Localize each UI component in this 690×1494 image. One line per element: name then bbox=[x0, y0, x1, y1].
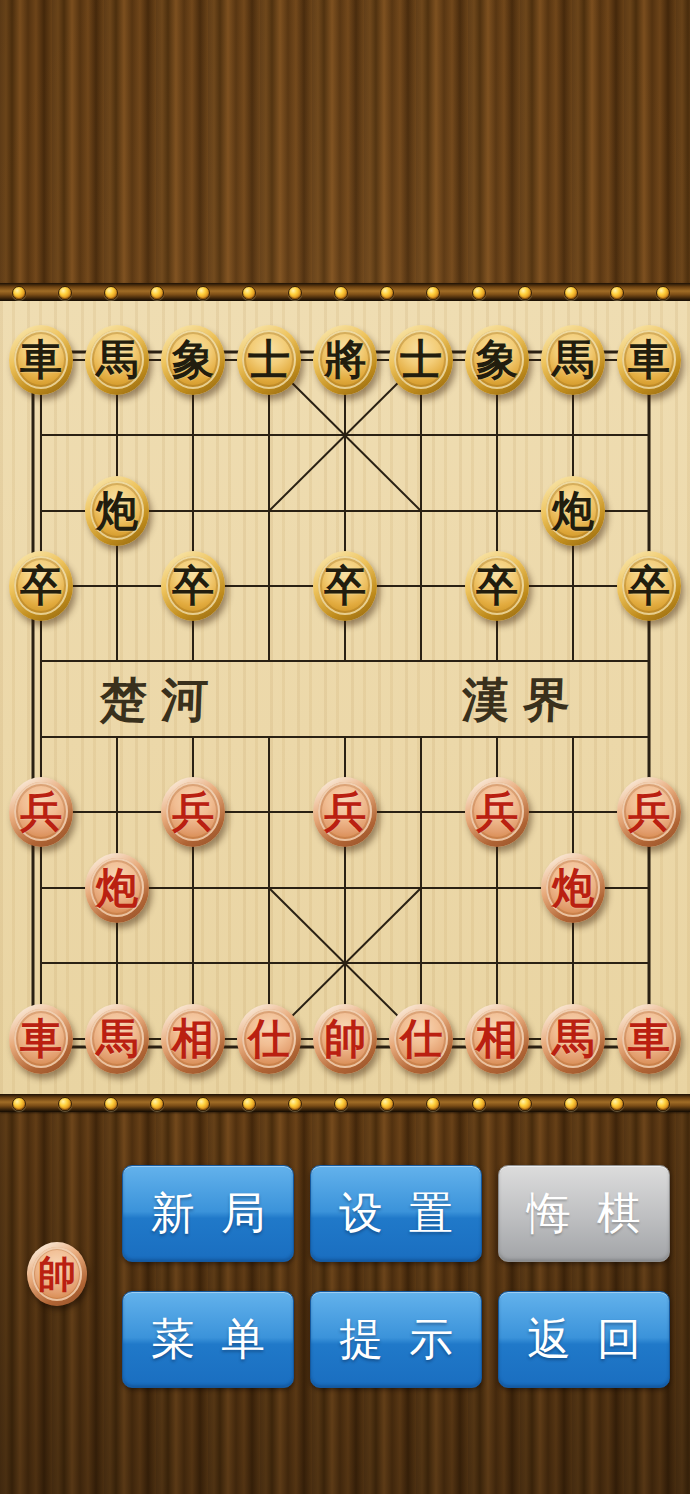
piece-face: 象 bbox=[470, 330, 524, 389]
piece-face: 炮 bbox=[90, 481, 144, 540]
piece-glyph: 炮 bbox=[552, 490, 594, 532]
piece-red-chariot[interactable]: 車 bbox=[617, 1004, 681, 1074]
piece-face: 車 bbox=[14, 1009, 68, 1068]
piece-face: 兵 bbox=[622, 782, 676, 841]
rivet-icon bbox=[472, 1097, 486, 1111]
piece-face: 相 bbox=[470, 1009, 524, 1068]
piece-glyph: 卒 bbox=[476, 565, 518, 607]
piece-red-horse[interactable]: 馬 bbox=[541, 1004, 605, 1074]
piece-black-horse[interactable]: 馬 bbox=[541, 325, 605, 395]
piece-glyph: 車 bbox=[628, 1018, 670, 1060]
piece-black-soldier[interactable]: 卒 bbox=[313, 551, 377, 621]
piece-face: 兵 bbox=[318, 782, 372, 841]
piece-face: 馬 bbox=[546, 330, 600, 389]
rivet-icon bbox=[380, 1097, 394, 1111]
new-game-label: 新局 bbox=[125, 1192, 291, 1236]
rivet-icon bbox=[12, 286, 26, 300]
piece-glyph: 象 bbox=[476, 339, 518, 381]
piece-red-soldier[interactable]: 兵 bbox=[161, 777, 225, 847]
piece-glyph: 車 bbox=[20, 1018, 62, 1060]
rivet-icon bbox=[564, 1097, 578, 1111]
piece-face: 馬 bbox=[90, 330, 144, 389]
piece-face: 兵 bbox=[14, 782, 68, 841]
piece-black-chariot[interactable]: 車 bbox=[617, 325, 681, 395]
piece-black-advisor[interactable]: 士 bbox=[237, 325, 301, 395]
board-edge-top bbox=[0, 283, 690, 301]
piece-face: 炮 bbox=[90, 858, 144, 917]
piece-black-general[interactable]: 將 bbox=[313, 325, 377, 395]
piece-black-horse[interactable]: 馬 bbox=[85, 325, 149, 395]
piece-glyph: 相 bbox=[172, 1018, 214, 1060]
piece-glyph: 炮 bbox=[96, 867, 138, 909]
piece-face: 卒 bbox=[166, 556, 220, 615]
piece-glyph: 將 bbox=[324, 339, 366, 381]
piece-face: 將 bbox=[318, 330, 372, 389]
piece-face: 車 bbox=[622, 330, 676, 389]
piece-face: 相 bbox=[166, 1009, 220, 1068]
rivet-icon bbox=[426, 1097, 440, 1111]
piece-black-elephant[interactable]: 象 bbox=[465, 325, 529, 395]
back-label: 返回 bbox=[501, 1318, 667, 1362]
piece-face: 象 bbox=[166, 330, 220, 389]
piece-red-soldier[interactable]: 兵 bbox=[617, 777, 681, 847]
river-label-left: 楚河 bbox=[85, 669, 223, 731]
piece-face: 士 bbox=[394, 330, 448, 389]
piece-face: 卒 bbox=[318, 556, 372, 615]
piece-red-chariot[interactable]: 車 bbox=[9, 1004, 73, 1074]
menu-label: 菜单 bbox=[125, 1318, 291, 1362]
back-button[interactable]: 返回 bbox=[498, 1291, 670, 1388]
piece-black-advisor[interactable]: 士 bbox=[389, 325, 453, 395]
rivet-icon bbox=[610, 1097, 624, 1111]
piece-face: 車 bbox=[622, 1009, 676, 1068]
rivet-icon bbox=[288, 286, 302, 300]
piece-face: 炮 bbox=[546, 481, 600, 540]
piece-red-horse[interactable]: 馬 bbox=[85, 1004, 149, 1074]
piece-glyph: 仕 bbox=[248, 1018, 290, 1060]
piece-red-soldier[interactable]: 兵 bbox=[9, 777, 73, 847]
rivet-icon bbox=[656, 1097, 670, 1111]
piece-face: 卒 bbox=[470, 556, 524, 615]
rivet-icon bbox=[150, 286, 164, 300]
turn-indicator-red-general: 帥 bbox=[27, 1242, 87, 1306]
xiangqi-board[interactable]: 楚河 漢界 bbox=[0, 301, 690, 1094]
piece-glyph: 兵 bbox=[476, 791, 518, 833]
rivet-icon bbox=[288, 1097, 302, 1111]
rivet-icon bbox=[196, 1097, 210, 1111]
piece-glyph: 兵 bbox=[324, 791, 366, 833]
rivet-icon bbox=[518, 286, 532, 300]
piece-red-elephant[interactable]: 相 bbox=[465, 1004, 529, 1074]
piece-face: 仕 bbox=[242, 1009, 296, 1068]
piece-glyph: 士 bbox=[248, 339, 290, 381]
rivet-icon bbox=[472, 286, 486, 300]
piece-black-soldier[interactable]: 卒 bbox=[465, 551, 529, 621]
piece-glyph: 卒 bbox=[628, 565, 670, 607]
piece-face: 馬 bbox=[90, 1009, 144, 1068]
piece-glyph: 馬 bbox=[552, 1018, 594, 1060]
hint-button[interactable]: 提示 bbox=[310, 1291, 482, 1388]
piece-face: 兵 bbox=[470, 782, 524, 841]
rivet-icon bbox=[58, 286, 72, 300]
rivet-icon bbox=[150, 1097, 164, 1111]
piece-face: 卒 bbox=[14, 556, 68, 615]
piece-black-chariot[interactable]: 車 bbox=[9, 325, 73, 395]
piece-black-elephant[interactable]: 象 bbox=[161, 325, 225, 395]
piece-red-cannon[interactable]: 炮 bbox=[85, 853, 149, 923]
piece-red-cannon[interactable]: 炮 bbox=[541, 853, 605, 923]
piece-glyph: 馬 bbox=[96, 1018, 138, 1060]
rivet-icon bbox=[58, 1097, 72, 1111]
hint-label: 提示 bbox=[313, 1318, 479, 1362]
rivet-icon bbox=[242, 286, 256, 300]
piece-glyph: 帥 bbox=[324, 1018, 366, 1060]
piece-red-advisor[interactable]: 仕 bbox=[237, 1004, 301, 1074]
piece-red-soldier[interactable]: 兵 bbox=[465, 777, 529, 847]
piece-black-soldier[interactable]: 卒 bbox=[9, 551, 73, 621]
new-game-button[interactable]: 新局 bbox=[122, 1165, 294, 1262]
piece-face: 帥 bbox=[318, 1009, 372, 1068]
rivet-icon bbox=[380, 286, 394, 300]
piece-red-elephant[interactable]: 相 bbox=[161, 1004, 225, 1074]
piece-glyph: 兵 bbox=[628, 791, 670, 833]
piece-red-soldier[interactable]: 兵 bbox=[313, 777, 377, 847]
board-edge-bottom bbox=[0, 1094, 690, 1112]
piece-glyph: 卒 bbox=[20, 565, 62, 607]
piece-red-advisor[interactable]: 仕 bbox=[389, 1004, 453, 1074]
piece-glyph: 馬 bbox=[552, 339, 594, 381]
rivet-icon bbox=[656, 286, 670, 300]
rivet-icon bbox=[426, 286, 440, 300]
piece-glyph: 炮 bbox=[552, 867, 594, 909]
game-screen: 楚河 漢界 車馬象士將士象馬車炮炮卒卒卒卒卒兵兵兵兵兵炮炮車馬相仕帥仕相馬車 帥… bbox=[0, 0, 690, 1494]
piece-glyph: 兵 bbox=[172, 791, 214, 833]
piece-glyph: 卒 bbox=[324, 565, 366, 607]
rivet-icon bbox=[334, 286, 348, 300]
rivet-icon bbox=[610, 286, 624, 300]
river-label-right: 漢界 bbox=[447, 669, 585, 731]
rivet-icon bbox=[334, 1097, 348, 1111]
piece-glyph: 士 bbox=[400, 339, 442, 381]
piece-face: 車 bbox=[14, 330, 68, 389]
piece-face: 馬 bbox=[546, 1009, 600, 1068]
menu-button[interactable]: 菜单 bbox=[122, 1291, 294, 1388]
rivet-icon bbox=[196, 286, 210, 300]
piece-glyph: 炮 bbox=[96, 490, 138, 532]
rivet-icon bbox=[518, 1097, 532, 1111]
turn-indicator-face: 帥 bbox=[32, 1247, 82, 1301]
piece-black-soldier[interactable]: 卒 bbox=[617, 551, 681, 621]
undo-button[interactable]: 悔棋 bbox=[498, 1165, 670, 1262]
piece-black-cannon[interactable]: 炮 bbox=[85, 476, 149, 546]
piece-glyph: 車 bbox=[628, 339, 670, 381]
piece-glyph: 馬 bbox=[96, 339, 138, 381]
rivet-icon bbox=[104, 1097, 118, 1111]
undo-label: 悔棋 bbox=[501, 1192, 667, 1236]
piece-red-general[interactable]: 帥 bbox=[313, 1004, 377, 1074]
rivet-icon bbox=[242, 1097, 256, 1111]
rivet-icon bbox=[12, 1097, 26, 1111]
piece-face: 兵 bbox=[166, 782, 220, 841]
piece-face: 仕 bbox=[394, 1009, 448, 1068]
piece-face: 炮 bbox=[546, 858, 600, 917]
settings-button[interactable]: 设置 bbox=[310, 1165, 482, 1262]
piece-glyph: 兵 bbox=[20, 791, 62, 833]
piece-black-cannon[interactable]: 炮 bbox=[541, 476, 605, 546]
piece-glyph: 相 bbox=[476, 1018, 518, 1060]
rivet-icon bbox=[564, 286, 578, 300]
settings-label: 设置 bbox=[313, 1192, 479, 1236]
piece-glyph: 象 bbox=[172, 339, 214, 381]
red-general-glyph: 帥 bbox=[38, 1255, 76, 1293]
piece-face: 士 bbox=[242, 330, 296, 389]
piece-glyph: 仕 bbox=[400, 1018, 442, 1060]
rivet-icon bbox=[104, 286, 118, 300]
piece-black-soldier[interactable]: 卒 bbox=[161, 551, 225, 621]
piece-face: 卒 bbox=[622, 556, 676, 615]
piece-glyph: 車 bbox=[20, 339, 62, 381]
piece-glyph: 卒 bbox=[172, 565, 214, 607]
